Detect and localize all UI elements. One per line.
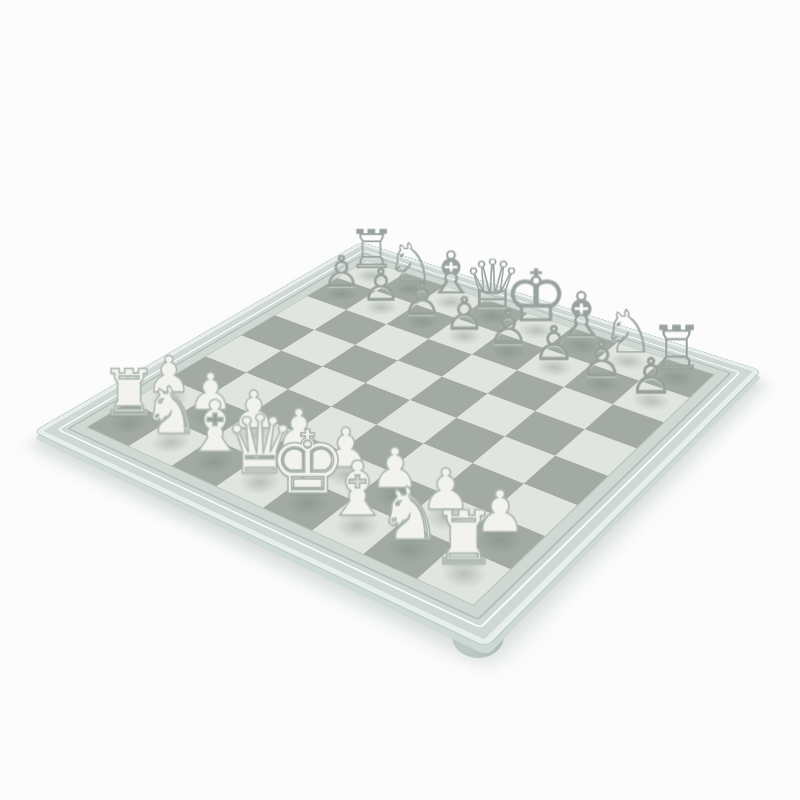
square-g3 bbox=[438, 463, 523, 513]
piece-black-pawn-a7: ♙ bbox=[293, 252, 391, 294]
scene: ♖♘♗♕♔♗♘♖♙♙♙♙♙♙♙♙♟♟♟♟♟♟♟♟♜♞♝♛♚♝♞♜ bbox=[0, 0, 800, 800]
piece-black-pawn-b7: ♙ bbox=[331, 265, 431, 307]
square-g8: ♘ bbox=[591, 343, 664, 381]
square-g6 bbox=[535, 387, 613, 429]
square-h1: ♜ bbox=[417, 545, 510, 605]
piece-white-rook-a1: ♜ bbox=[72, 363, 187, 423]
square-c5 bbox=[322, 345, 397, 383]
piece-black-pawn-c7: ♙ bbox=[371, 278, 473, 321]
glass-board-sheet: ♖♘♗♕♔♗♘♖♙♙♙♙♙♙♙♙♟♟♟♟♟♟♟♟♜♞♝♛♚♝♞♜ bbox=[34, 242, 761, 646]
product-photo: ♖♘♗♕♔♗♘♖♙♙♙♙♙♙♙♙♟♟♟♟♟♟♟♟♜♞♝♛♚♝♞♜ bbox=[0, 0, 800, 800]
square-c6 bbox=[355, 324, 428, 360]
square-d5 bbox=[365, 360, 441, 400]
square-b6 bbox=[314, 310, 386, 345]
piece-black-knight-b8: ♘ bbox=[362, 237, 460, 288]
piece-black-pawn-d7: ♙ bbox=[413, 292, 517, 336]
square-b8: ♘ bbox=[376, 273, 444, 305]
piece-black-bishop-c8: ♗ bbox=[401, 246, 500, 302]
square-a1: ♜ bbox=[88, 402, 170, 446]
square-c7: ♙ bbox=[387, 305, 458, 339]
piece-black-queen-d8: ♕ bbox=[442, 253, 543, 317]
square-a7: ♙ bbox=[307, 278, 376, 310]
square-g2: ♟ bbox=[402, 492, 490, 545]
square-e8: ♔ bbox=[500, 313, 571, 348]
square-b5 bbox=[281, 330, 355, 367]
square-b7: ♙ bbox=[346, 291, 416, 324]
piece-black-king-e8: ♔ bbox=[485, 262, 588, 330]
square-d4 bbox=[331, 383, 410, 425]
chessboard: ♖♘♗♕♔♗♘♖♙♙♙♙♙♙♙♙♟♟♟♟♟♟♟♟♜♞♝♛♚♝♞♜ bbox=[88, 261, 714, 605]
board-3d-wrap: ♖♘♗♕♔♗♘♖♙♙♙♙♙♙♙♙♟♟♟♟♟♟♟♟♜♞♝♛♚♝♞♜ bbox=[34, 242, 761, 646]
piece-black-rook-a8: ♖ bbox=[323, 225, 419, 276]
square-h8: ♖ bbox=[639, 358, 713, 397]
square-d7: ♙ bbox=[428, 319, 500, 355]
piece-black-knight-g8: ♘ bbox=[574, 305, 681, 361]
square-f1: ♝ bbox=[312, 500, 402, 554]
square-a8: ♖ bbox=[338, 261, 405, 292]
